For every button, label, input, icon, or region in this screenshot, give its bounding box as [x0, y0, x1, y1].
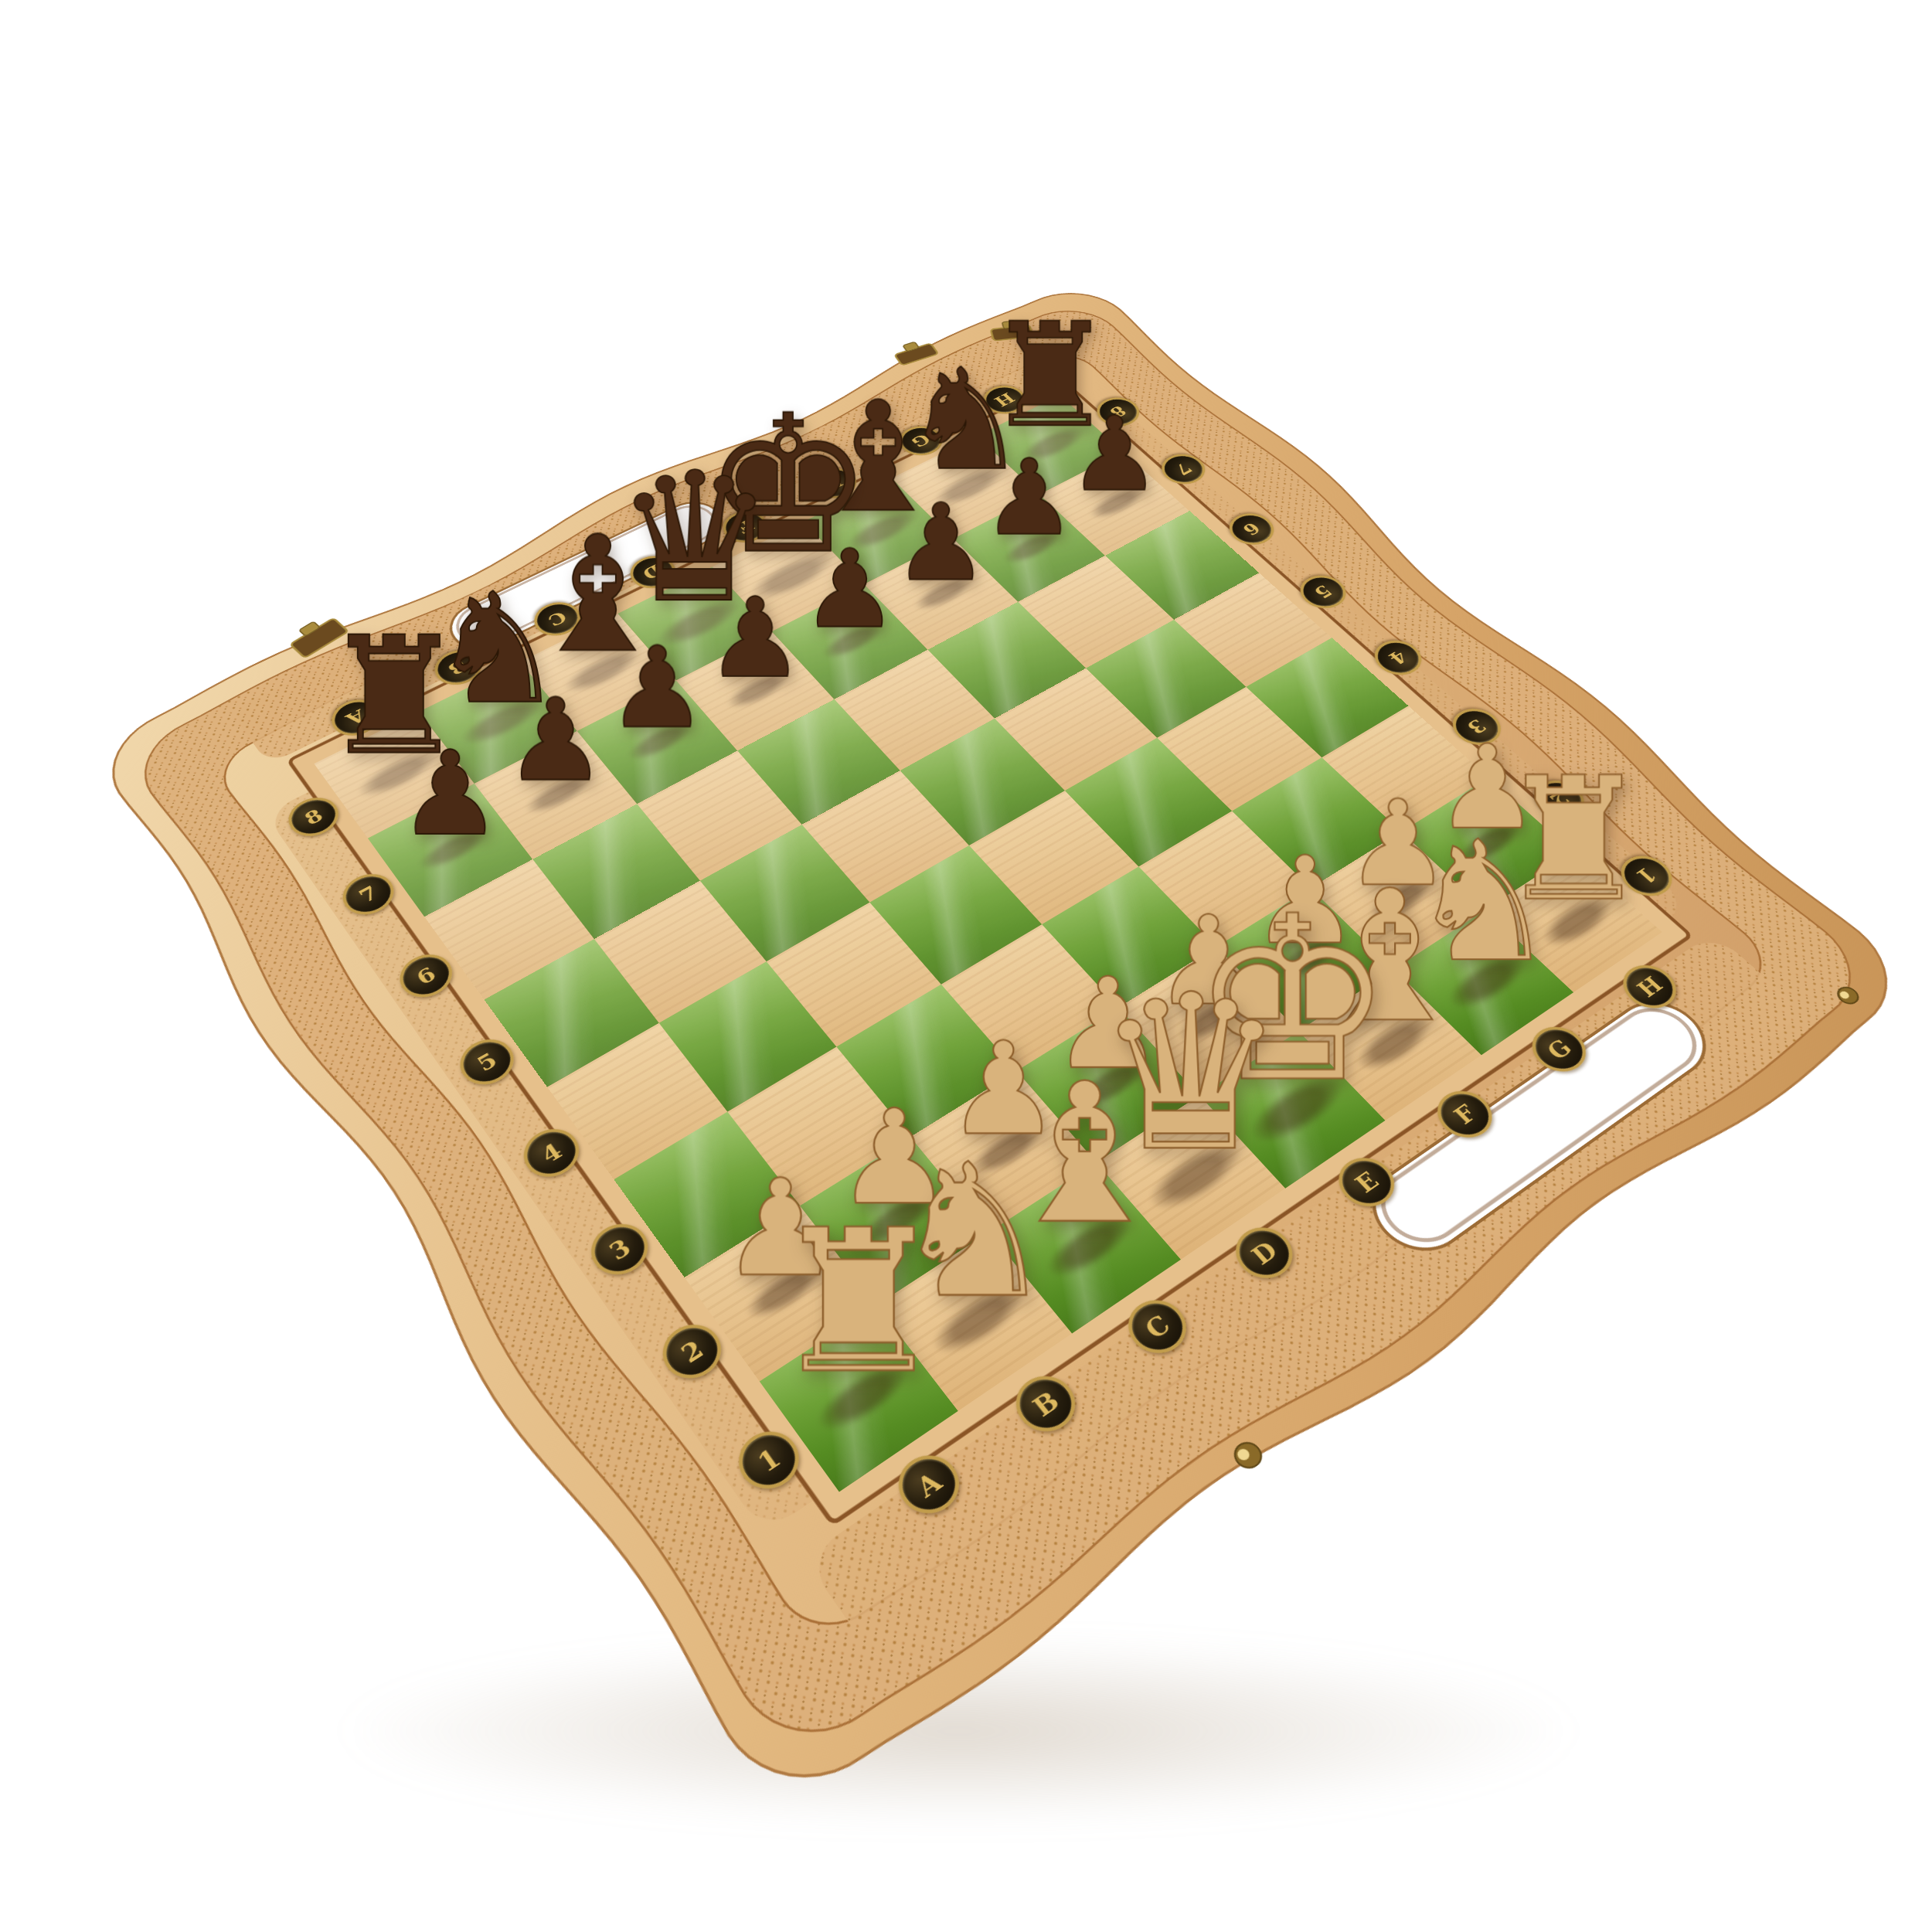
rank-disc-right-6: 6: [1220, 508, 1283, 551]
black-pawn[interactable]: ♟: [706, 586, 804, 690]
file-disc-bottom-E: E: [1328, 1148, 1406, 1216]
file-disc-bottom-A: A: [887, 1444, 971, 1525]
rank-disc-left-1: 1: [727, 1420, 810, 1500]
rank-disc-left-6: 6: [391, 946, 461, 1005]
file-disc-bottom-D: D: [1224, 1218, 1304, 1288]
rank-disc-right-7: 7: [1153, 448, 1214, 490]
rank-disc-right-5: 5: [1291, 570, 1355, 615]
black-pawn[interactable]: ♟: [398, 739, 502, 849]
file-disc-bottom-F: F: [1427, 1082, 1504, 1147]
black-pawn[interactable]: ♟: [801, 538, 898, 641]
photo-stage: ♜♞♝♛♚♝♞♜♟♟♟♟♟♟♟♟♟♟♟♟♟♟♟♟♜♞♝♛♚♝♞♜ ABCDEFG…: [0, 0, 1932, 1932]
file-disc-bottom-H: H: [1612, 957, 1686, 1016]
black-pawn[interactable]: ♟: [607, 634, 707, 740]
file-disc-bottom-C: C: [1117, 1290, 1198, 1363]
rank-disc-right-4: 4: [1366, 634, 1431, 682]
black-pawn[interactable]: ♟: [505, 685, 607, 794]
white-rook[interactable]: ♜: [770, 1209, 947, 1396]
black-pawn[interactable]: ♟: [1068, 405, 1160, 502]
rank-disc-left-7: 7: [334, 866, 403, 923]
rank-disc-left-5: 5: [451, 1031, 523, 1094]
rank-disc-left-8: 8: [281, 791, 347, 844]
file-disc-bottom-B: B: [1005, 1366, 1087, 1442]
black-pawn[interactable]: ♟: [982, 448, 1076, 547]
rank-disc-left-4: 4: [514, 1120, 589, 1186]
file-disc-bottom-G: G: [1521, 1019, 1597, 1080]
black-pawn[interactable]: ♟: [893, 492, 988, 593]
chess-case-scene: ♜♞♝♛♚♝♞♜♟♟♟♟♟♟♟♟♟♟♟♟♟♟♟♟♜♞♝♛♚♝♞♜ ABCDEFG…: [90, 278, 1918, 1816]
